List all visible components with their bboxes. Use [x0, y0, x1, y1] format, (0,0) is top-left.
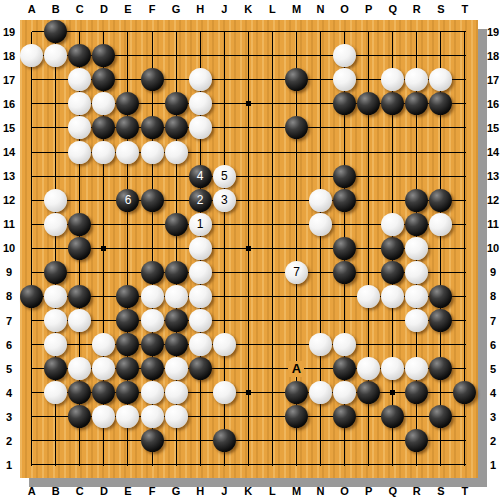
coordinate-label: M [292, 3, 301, 15]
stone-white [68, 309, 91, 332]
coordinate-label: T [462, 3, 469, 15]
grid-line-v [272, 32, 273, 466]
stone-white: 5 [213, 165, 236, 188]
stone-white [189, 68, 212, 91]
stone-white [68, 68, 91, 91]
go-board[interactable]: 4625317A [20, 20, 478, 478]
coordinate-label: D [100, 3, 108, 15]
stone-black [141, 116, 164, 139]
coordinate-label: K [244, 485, 252, 497]
star-point [246, 246, 251, 251]
stone-black [453, 381, 476, 404]
coordinate-label: 16 [3, 98, 15, 110]
stone-white [405, 357, 428, 380]
coordinate-label: 6 [490, 339, 496, 351]
coordinate-label: 9 [6, 266, 12, 278]
stone-white [309, 381, 332, 404]
stone-black [381, 261, 404, 284]
stone-black [141, 357, 164, 380]
stone-black [405, 213, 428, 236]
coordinate-label: J [221, 485, 227, 497]
stone-white [92, 333, 115, 356]
coordinate-label: N [317, 3, 325, 15]
coordinate-label: S [437, 485, 444, 497]
coordinate-label: 17 [487, 74, 499, 86]
coordinate-label: Q [388, 485, 397, 497]
stone-black [165, 213, 188, 236]
stone-white [44, 44, 67, 67]
stone-black [285, 381, 308, 404]
coordinate-label: R [413, 3, 421, 15]
stone-white [92, 141, 115, 164]
stone-black [429, 285, 452, 308]
coordinate-label: E [124, 485, 131, 497]
coordinate-label: C [76, 3, 84, 15]
coordinate-label: R [413, 485, 421, 497]
stone-black [165, 116, 188, 139]
stone-white [381, 285, 404, 308]
coordinate-label: E [124, 3, 131, 15]
stone-white [141, 141, 164, 164]
stone-black [116, 285, 139, 308]
coordinate-label: A [28, 3, 36, 15]
coordinate-label: H [196, 3, 204, 15]
stone-white [189, 116, 212, 139]
stone-black [381, 405, 404, 428]
stone-white [189, 261, 212, 284]
coordinate-label: 18 [3, 50, 15, 62]
grid-line-h [32, 464, 466, 465]
coordinate-label: 14 [3, 146, 15, 158]
stone-white: 7 [285, 261, 308, 284]
stone-white: 1 [189, 213, 212, 236]
stone-white [68, 92, 91, 115]
stone-black [68, 237, 91, 260]
coordinate-label: M [292, 485, 301, 497]
stone-black [92, 44, 115, 67]
stone-black [405, 429, 428, 452]
stone-black [68, 381, 91, 404]
coordinate-label: 13 [3, 170, 15, 182]
stone-black [285, 68, 308, 91]
coordinate-label: C [76, 485, 84, 497]
stone-white [189, 285, 212, 308]
stone-black [68, 405, 91, 428]
coordinate-label: 6 [6, 339, 12, 351]
stone-white [405, 285, 428, 308]
stone-white [44, 309, 67, 332]
coordinate-label: G [172, 3, 181, 15]
move-number-label: 6 [125, 193, 132, 207]
stone-white [381, 357, 404, 380]
coordinate-label: 4 [6, 387, 12, 399]
coordinate-label: 11 [3, 218, 15, 230]
move-number-label: 5 [221, 169, 228, 183]
stone-white [333, 68, 356, 91]
stone-white [405, 68, 428, 91]
stone-white [381, 68, 404, 91]
stone-white [44, 285, 67, 308]
coordinate-label: A [28, 485, 36, 497]
coordinate-label: S [437, 3, 444, 15]
stone-black [333, 165, 356, 188]
move-number-label: 1 [197, 217, 204, 231]
stone-black [405, 381, 428, 404]
coordinate-label: L [269, 485, 276, 497]
stone-black [165, 309, 188, 332]
stone-black [429, 405, 452, 428]
coordinate-label: K [244, 3, 252, 15]
stone-white [381, 213, 404, 236]
stone-white [165, 357, 188, 380]
coordinate-label: 1 [490, 459, 496, 471]
stone-white [92, 405, 115, 428]
stone-white [141, 309, 164, 332]
coordinate-label: 19 [487, 26, 499, 38]
stone-black [116, 309, 139, 332]
stone-white [189, 92, 212, 115]
coordinate-label: D [100, 485, 108, 497]
coordinate-label: Q [388, 3, 397, 15]
stone-black [141, 68, 164, 91]
letter-annotation: A [288, 361, 304, 377]
stone-white [405, 309, 428, 332]
stone-black [92, 381, 115, 404]
coordinate-label: 10 [487, 242, 499, 254]
stone-black [92, 68, 115, 91]
stone-white [68, 357, 91, 380]
stone-black [44, 261, 67, 284]
stone-white [165, 381, 188, 404]
stone-white [92, 92, 115, 115]
coordinate-label: 2 [6, 435, 12, 447]
stone-white [309, 213, 332, 236]
stone-black [116, 333, 139, 356]
coordinate-label: 7 [490, 315, 496, 327]
stone-black [68, 44, 91, 67]
stone-white [405, 237, 428, 260]
stone-black: 6 [116, 189, 139, 212]
coordinate-label: L [269, 3, 276, 15]
coordinate-label: O [340, 485, 349, 497]
stone-black [405, 92, 428, 115]
coordinate-label: P [365, 3, 372, 15]
coordinate-label: 5 [490, 363, 496, 375]
stone-white [429, 68, 452, 91]
coordinate-label: 11 [487, 218, 499, 230]
move-number-label: 3 [221, 193, 228, 207]
stone-white [309, 333, 332, 356]
stone-black [141, 429, 164, 452]
stone-white [141, 381, 164, 404]
stone-black [333, 237, 356, 260]
coordinate-label: 13 [487, 170, 499, 182]
star-point [390, 390, 395, 395]
stone-white [189, 237, 212, 260]
coordinate-label: 4 [490, 387, 496, 399]
stone-white [213, 333, 236, 356]
stone-black [429, 309, 452, 332]
coordinate-label: 8 [6, 290, 12, 302]
coordinate-label: P [365, 485, 372, 497]
stone-white [44, 333, 67, 356]
coordinate-label: H [196, 485, 204, 497]
stone-black [116, 357, 139, 380]
stone-black [381, 237, 404, 260]
coordinate-label: 15 [3, 122, 15, 134]
coordinate-label: 2 [490, 435, 496, 447]
stone-white [165, 405, 188, 428]
stone-white [44, 213, 67, 236]
coordinate-label: 12 [3, 194, 15, 206]
stone-black [44, 20, 67, 43]
stone-black [381, 92, 404, 115]
stone-black [333, 405, 356, 428]
coordinate-label: 9 [490, 266, 496, 278]
coordinate-label: 14 [487, 146, 499, 158]
stone-black [333, 357, 356, 380]
stone-white [68, 141, 91, 164]
stone-black [165, 261, 188, 284]
coordinate-label: J [221, 3, 227, 15]
stone-black [68, 213, 91, 236]
stone-black [92, 116, 115, 139]
stone-black [213, 429, 236, 452]
stone-black [20, 285, 43, 308]
stone-white [116, 405, 139, 428]
stone-white [68, 116, 91, 139]
stone-white [141, 285, 164, 308]
coordinate-label: T [462, 485, 469, 497]
coordinate-label: G [172, 485, 181, 497]
stone-black [357, 381, 380, 404]
coordinate-label: 10 [3, 242, 15, 254]
stone-white [333, 333, 356, 356]
coordinate-label: 17 [3, 74, 15, 86]
coordinate-label: 12 [487, 194, 499, 206]
coordinate-label: B [52, 485, 60, 497]
stone-black [141, 333, 164, 356]
stone-black [429, 92, 452, 115]
stone-black [189, 357, 212, 380]
move-number-label: 2 [197, 193, 204, 207]
coordinate-label: B [52, 3, 60, 15]
stone-black [116, 92, 139, 115]
coordinate-label: 1 [6, 459, 12, 471]
move-number-label: 4 [197, 169, 204, 183]
stone-white [405, 261, 428, 284]
stone-black [285, 116, 308, 139]
coordinate-label: 3 [490, 411, 496, 423]
stone-black [285, 405, 308, 428]
stone-black [333, 92, 356, 115]
stone-white [429, 213, 452, 236]
stone-white [333, 381, 356, 404]
coordinate-label: 15 [487, 122, 499, 134]
go-app-window: 4625317A ABCDEFGHJKLMNOPQRST ABCDEFGHJKL… [0, 0, 500, 500]
star-point [101, 246, 106, 251]
stone-white [20, 44, 43, 67]
stone-black: 4 [189, 165, 212, 188]
move-number-label: 7 [293, 265, 300, 279]
stone-white [44, 189, 67, 212]
stone-black [44, 357, 67, 380]
stone-white [357, 285, 380, 308]
coordinate-label: 7 [6, 315, 12, 327]
stone-white [189, 333, 212, 356]
stone-white [44, 381, 67, 404]
stone-white [165, 285, 188, 308]
stone-white [357, 357, 380, 380]
stone-black [429, 189, 452, 212]
stone-white [116, 141, 139, 164]
star-point [246, 101, 251, 106]
stone-white [92, 357, 115, 380]
stone-white [141, 405, 164, 428]
grid-line-h [32, 320, 466, 321]
stone-black [357, 92, 380, 115]
stone-black [165, 92, 188, 115]
stone-black [116, 381, 139, 404]
stone-white [213, 381, 236, 404]
stone-white [333, 44, 356, 67]
coordinate-label: 18 [487, 50, 499, 62]
stone-black [68, 285, 91, 308]
star-point [246, 390, 251, 395]
coordinate-label: 5 [6, 363, 12, 375]
stone-black [165, 333, 188, 356]
coordinate-label: 3 [6, 411, 12, 423]
coordinate-label: F [149, 3, 156, 15]
coordinate-label: N [317, 485, 325, 497]
stone-black [405, 189, 428, 212]
coordinate-label: O [340, 3, 349, 15]
stone-white [189, 309, 212, 332]
stone-black [429, 357, 452, 380]
coordinate-label: 19 [3, 26, 15, 38]
stone-black [333, 261, 356, 284]
coordinate-label: 16 [487, 98, 499, 110]
stone-black [141, 189, 164, 212]
stone-black: 2 [189, 189, 212, 212]
stone-white [165, 141, 188, 164]
stone-black [333, 189, 356, 212]
stone-white [309, 189, 332, 212]
stone-white: 3 [213, 189, 236, 212]
coordinate-label: 8 [490, 290, 496, 302]
stone-black [116, 116, 139, 139]
stone-black [141, 261, 164, 284]
grid-line-h [32, 440, 466, 441]
coordinate-label: F [149, 485, 156, 497]
